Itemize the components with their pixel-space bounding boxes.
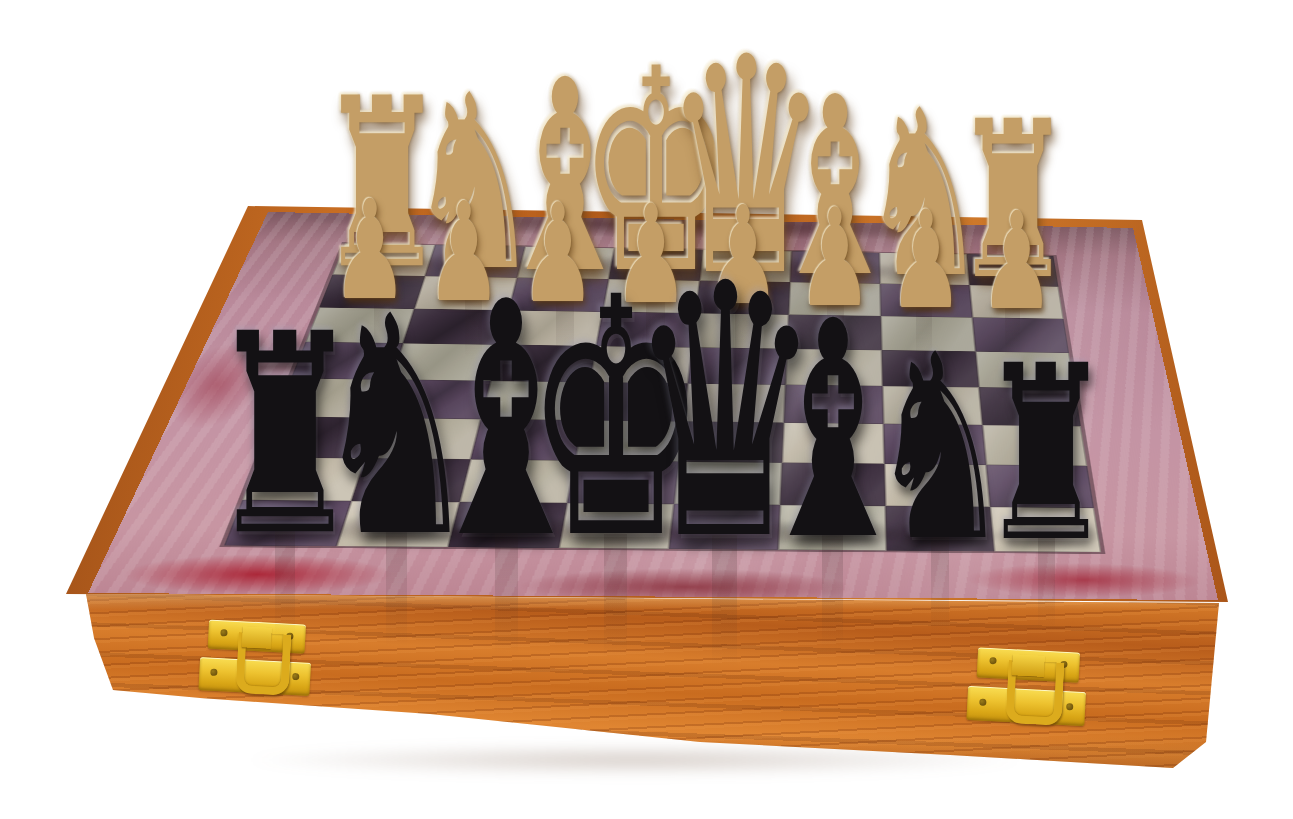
square-c6: [782, 423, 884, 464]
square-a8: [990, 507, 1101, 552]
square-e3: [596, 312, 696, 348]
square-a6: [982, 425, 1087, 466]
square-b1: [879, 253, 969, 285]
square-f4: [491, 345, 597, 382]
square-b7: [884, 464, 990, 507]
brass-latch-left: [196, 619, 315, 705]
product-photo-scene: ♜♞♝♚♛♝♞♜♟♟♟♟♟♟♟♟♜♞♝♚♛♝♞♜: [0, 0, 1293, 819]
square-a7: [986, 465, 1094, 508]
square-a4: [976, 352, 1075, 389]
screw-icon: [989, 657, 996, 664]
square-h1: [332, 243, 435, 276]
square-d7: [674, 462, 782, 505]
screw-icon: [979, 698, 986, 705]
square-f8: [448, 502, 567, 548]
square-b3: [881, 316, 976, 351]
square-d8: [669, 504, 780, 550]
square-c7: [780, 463, 885, 506]
square-a5: [979, 387, 1081, 426]
square-b4: [882, 350, 979, 387]
square-a3: [972, 317, 1069, 352]
chess-board: [88, 212, 1218, 600]
square-f5: [481, 381, 590, 420]
square-f3: [500, 310, 603, 346]
square-g7: [351, 458, 470, 502]
square-h8: [224, 500, 351, 546]
square-e1: [609, 248, 704, 281]
square-d1: [700, 250, 792, 282]
square-e6: [575, 420, 683, 461]
square-c3: [787, 315, 882, 351]
square-d4: [688, 347, 787, 384]
square-a2: [969, 285, 1063, 319]
square-h7: [242, 457, 365, 501]
square-f1: [517, 247, 614, 280]
square-d2: [696, 281, 790, 315]
square-f6: [471, 419, 583, 460]
square-f7: [460, 459, 575, 503]
square-f2: [509, 278, 609, 312]
screw-icon: [220, 629, 227, 636]
square-g3: [403, 309, 509, 345]
brass-latch-right: [964, 647, 1090, 735]
square-e7: [567, 460, 679, 504]
square-b8: [885, 506, 994, 551]
square-e2: [603, 279, 700, 313]
square-g1: [425, 245, 525, 278]
square-c2: [789, 282, 881, 316]
square-b2: [880, 284, 972, 318]
square-h6: [259, 417, 378, 459]
board-grid: [224, 243, 1101, 552]
square-c8: [778, 505, 886, 551]
square-e4: [590, 346, 692, 383]
square-c1: [790, 251, 880, 283]
latch-keeper-bar: [241, 626, 272, 648]
square-g8: [336, 501, 459, 547]
latch-keeper-bar: [1012, 654, 1045, 677]
square-e8: [559, 503, 674, 549]
square-h5: [276, 378, 392, 418]
square-b6: [883, 424, 986, 465]
screw-icon: [1066, 703, 1073, 710]
square-g5: [379, 380, 491, 419]
square-c5: [784, 385, 884, 424]
square-d6: [679, 421, 784, 462]
square-e5: [583, 382, 688, 421]
square-h2: [319, 275, 425, 309]
square-a1: [967, 254, 1059, 286]
square-g6: [365, 418, 481, 460]
square-b5: [883, 386, 983, 425]
square-g2: [414, 276, 517, 310]
square-d3: [692, 313, 789, 349]
square-h3: [305, 307, 414, 343]
square-d5: [684, 383, 786, 422]
screw-icon: [292, 673, 299, 680]
screw-icon: [211, 669, 218, 676]
square-h4: [291, 342, 403, 380]
square-c4: [786, 349, 883, 386]
square-g4: [391, 343, 500, 381]
